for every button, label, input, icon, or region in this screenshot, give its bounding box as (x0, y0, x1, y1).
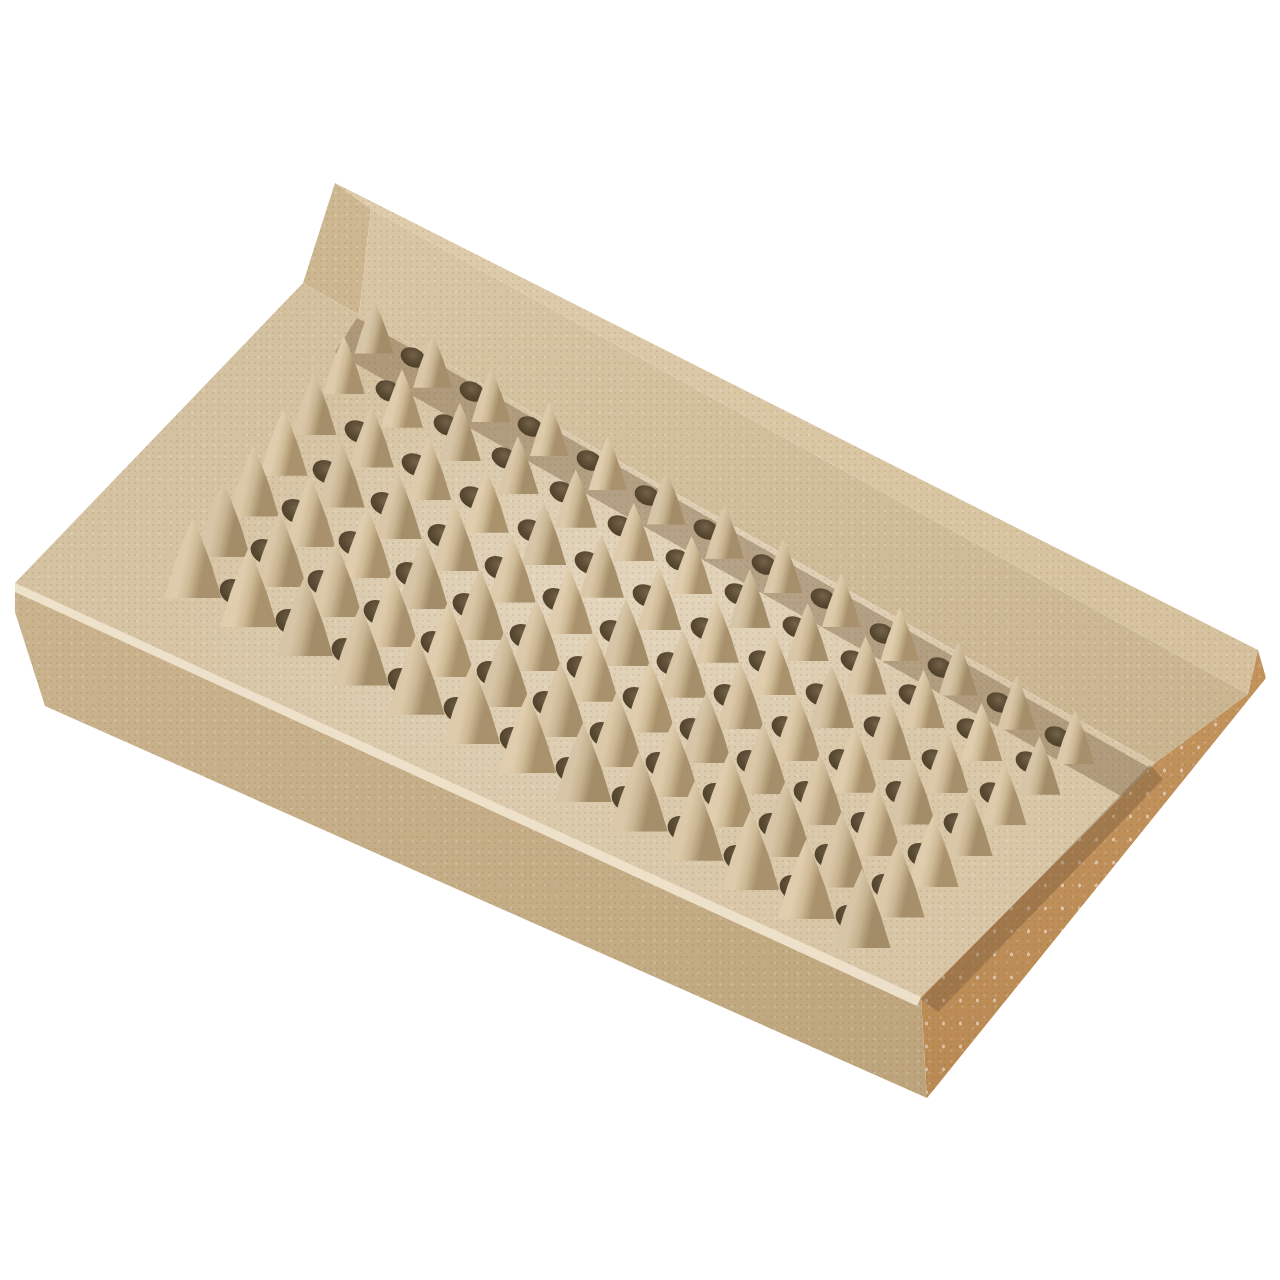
spike-and-hole-field (0, 0, 1280, 1280)
spike-cone (353, 300, 396, 354)
product-photo-ceramic-radiant-brick (0, 0, 1280, 1280)
